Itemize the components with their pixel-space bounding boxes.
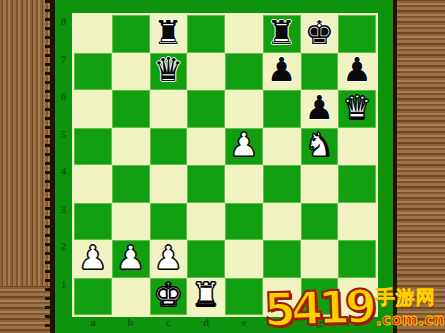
rank-labels: 87654321 [55, 15, 72, 315]
file-label-f: f [263, 316, 301, 331]
square-b4[interactable] [112, 165, 150, 203]
square-c8[interactable]: ♜ [150, 15, 188, 53]
square-c2[interactable]: ♟ [150, 240, 188, 278]
black-pawn-icon[interactable]: ♟ [342, 53, 372, 86]
black-rook-icon[interactable]: ♜ [154, 16, 184, 49]
board-edge-right [393, 0, 397, 333]
rank-label-2: 2 [55, 240, 72, 278]
square-a8[interactable] [74, 15, 112, 53]
square-h1[interactable] [338, 278, 376, 316]
square-a3[interactable] [74, 203, 112, 241]
chess-board[interactable]: ♜♜♚♛♟♟♟♛♟♞♟♟♟♚♜ [72, 13, 378, 317]
square-d3[interactable] [187, 203, 225, 241]
black-pawn-icon[interactable]: ♟ [267, 53, 297, 86]
file-label-d: d [187, 316, 225, 331]
black-king-icon[interactable]: ♚ [305, 16, 335, 49]
white-king-icon[interactable]: ♚ [154, 278, 184, 311]
square-g1[interactable] [301, 278, 339, 316]
square-d6[interactable] [187, 90, 225, 128]
square-b7[interactable] [112, 53, 150, 91]
wood-table-left-bottom-plank [0, 286, 50, 333]
black-rook-icon[interactable]: ♜ [267, 16, 297, 49]
rank-label-1: 1 [55, 278, 72, 316]
square-g2[interactable] [301, 240, 339, 278]
black-pawn-icon[interactable]: ♟ [305, 91, 335, 124]
square-d7[interactable] [187, 53, 225, 91]
white-knight-icon[interactable]: ♞ [305, 128, 335, 161]
square-d8[interactable] [187, 15, 225, 53]
square-g8[interactable]: ♚ [301, 15, 339, 53]
square-b2[interactable]: ♟ [112, 240, 150, 278]
square-c3[interactable] [150, 203, 188, 241]
square-c7[interactable]: ♛ [150, 53, 188, 91]
square-f1[interactable] [263, 278, 301, 316]
square-a2[interactable]: ♟ [74, 240, 112, 278]
wood-table-left [0, 0, 50, 333]
square-b1[interactable] [112, 278, 150, 316]
square-f7[interactable]: ♟ [263, 53, 301, 91]
square-f3[interactable] [263, 203, 301, 241]
file-label-c: c [150, 316, 188, 331]
square-c6[interactable] [150, 90, 188, 128]
square-f4[interactable] [263, 165, 301, 203]
square-a5[interactable] [74, 128, 112, 166]
square-f2[interactable] [263, 240, 301, 278]
square-b5[interactable] [112, 128, 150, 166]
white-pawn-icon[interactable]: ♟ [116, 241, 146, 274]
square-e8[interactable] [225, 15, 263, 53]
square-d5[interactable] [187, 128, 225, 166]
square-g4[interactable] [301, 165, 339, 203]
square-d1[interactable]: ♜ [187, 278, 225, 316]
white-pawn-icon[interactable]: ♟ [78, 241, 108, 274]
square-g6[interactable]: ♟ [301, 90, 339, 128]
rank-label-8: 8 [55, 15, 72, 53]
rank-label-7: 7 [55, 53, 72, 91]
square-c4[interactable] [150, 165, 188, 203]
white-pawn-icon[interactable]: ♟ [229, 128, 259, 161]
rank-label-6: 6 [55, 90, 72, 128]
file-label-h: h [338, 316, 376, 331]
square-e5[interactable]: ♟ [225, 128, 263, 166]
square-e3[interactable] [225, 203, 263, 241]
file-labels: abcdefgh [74, 316, 376, 331]
board-frame: 87654321 ♜♜♚♛♟♟♟♛♟♞♟♟♟♚♜ abcdefgh [55, 0, 393, 333]
square-b8[interactable] [112, 15, 150, 53]
square-a7[interactable] [74, 53, 112, 91]
white-queen-icon[interactable]: ♛ [342, 91, 372, 124]
rank-label-3: 3 [55, 203, 72, 241]
square-h7[interactable]: ♟ [338, 53, 376, 91]
square-f6[interactable] [263, 90, 301, 128]
file-label-a: a [74, 316, 112, 331]
square-h6[interactable]: ♛ [338, 90, 376, 128]
square-e6[interactable] [225, 90, 263, 128]
square-a4[interactable] [74, 165, 112, 203]
square-a6[interactable] [74, 90, 112, 128]
square-c1[interactable]: ♚ [150, 278, 188, 316]
square-g3[interactable] [301, 203, 339, 241]
square-b6[interactable] [112, 90, 150, 128]
file-label-g: g [301, 316, 339, 331]
square-g7[interactable] [301, 53, 339, 91]
square-d4[interactable] [187, 165, 225, 203]
square-a1[interactable] [74, 278, 112, 316]
square-h4[interactable] [338, 165, 376, 203]
square-h3[interactable] [338, 203, 376, 241]
black-queen-icon[interactable]: ♛ [154, 53, 184, 86]
square-e2[interactable] [225, 240, 263, 278]
square-h2[interactable] [338, 240, 376, 278]
rank-label-4: 4 [55, 165, 72, 203]
chess-board-screenshot: 87654321 ♜♜♚♛♟♟♟♛♟♞♟♟♟♚♜ abcdefgh 5419 手… [0, 0, 445, 333]
square-h5[interactable] [338, 128, 376, 166]
square-e4[interactable] [225, 165, 263, 203]
square-d2[interactable] [187, 240, 225, 278]
file-label-b: b [112, 316, 150, 331]
square-c5[interactable] [150, 128, 188, 166]
wood-table-right [397, 0, 445, 333]
square-e7[interactable] [225, 53, 263, 91]
square-f5[interactable] [263, 128, 301, 166]
square-g5[interactable]: ♞ [301, 128, 339, 166]
white-pawn-icon[interactable]: ♟ [154, 241, 184, 274]
file-label-e: e [225, 316, 263, 331]
white-rook-icon[interactable]: ♜ [191, 278, 221, 311]
square-h8[interactable] [338, 15, 376, 53]
square-f8[interactable]: ♜ [263, 15, 301, 53]
square-e1[interactable] [225, 278, 263, 316]
rank-label-5: 5 [55, 128, 72, 166]
square-b3[interactable] [112, 203, 150, 241]
